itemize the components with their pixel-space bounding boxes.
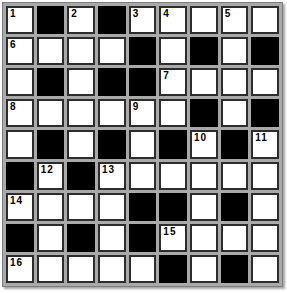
cell-r4c3[interactable] — [67, 99, 95, 127]
cell-r5c1[interactable] — [6, 130, 34, 158]
cell-r1c7[interactable] — [190, 6, 218, 34]
clue-number-6: 6 — [10, 39, 17, 50]
cell-r1c6[interactable]: 4 — [159, 6, 187, 34]
cell-r6c3-blocked — [67, 162, 95, 190]
cell-r2c7-blocked — [190, 37, 218, 65]
cell-r9c8-blocked — [221, 255, 249, 283]
cell-r1c1[interactable]: 1 — [6, 6, 34, 34]
cell-r9c6-blocked — [159, 255, 187, 283]
cell-r5c4-blocked — [98, 130, 126, 158]
cell-r6c2[interactable]: 12 — [37, 162, 65, 190]
cell-r4c1[interactable]: 8 — [6, 99, 34, 127]
cell-r8c6[interactable]: 15 — [159, 224, 187, 252]
cell-r8c9[interactable] — [251, 224, 279, 252]
cell-r8c2[interactable] — [37, 224, 65, 252]
cell-r6c4[interactable]: 13 — [98, 162, 126, 190]
cell-r3c5-blocked — [129, 68, 157, 96]
clue-number-4: 4 — [163, 8, 170, 19]
clue-number-14: 14 — [10, 195, 23, 206]
cell-r9c7[interactable] — [190, 255, 218, 283]
cell-r7c5-blocked — [129, 193, 157, 221]
cell-r7c8-blocked — [221, 193, 249, 221]
cell-r8c4[interactable] — [98, 224, 126, 252]
cell-r2c3[interactable] — [67, 37, 95, 65]
cell-r2c6[interactable] — [159, 37, 187, 65]
cell-r4c6[interactable] — [159, 99, 187, 127]
clue-number-3: 3 — [133, 8, 140, 19]
cell-r2c4[interactable] — [98, 37, 126, 65]
cell-r1c5[interactable]: 3 — [129, 6, 157, 34]
cell-r1c9[interactable] — [251, 6, 279, 34]
cell-r1c3[interactable]: 2 — [67, 6, 95, 34]
cell-r3c3[interactable] — [67, 68, 95, 96]
cell-r3c2-blocked — [37, 68, 65, 96]
cell-r5c9[interactable]: 11 — [251, 130, 279, 158]
cell-r1c2-blocked — [37, 6, 65, 34]
clue-number-16: 16 — [10, 257, 23, 268]
cell-r5c5[interactable] — [129, 130, 157, 158]
clue-number-15: 15 — [163, 226, 176, 237]
clue-number-11: 11 — [255, 132, 268, 143]
crossword-board: 12345678910111213141516 — [2, 2, 283, 287]
cell-r6c8[interactable] — [221, 162, 249, 190]
cell-r6c6[interactable] — [159, 162, 187, 190]
clue-number-2: 2 — [71, 8, 78, 19]
clue-number-13: 13 — [102, 164, 115, 175]
cell-r9c3[interactable] — [67, 255, 95, 283]
clue-number-7: 7 — [163, 70, 170, 81]
clue-number-5: 5 — [225, 8, 232, 19]
cell-r5c3[interactable] — [67, 130, 95, 158]
cell-r9c5[interactable] — [129, 255, 157, 283]
cell-r3c6[interactable]: 7 — [159, 68, 187, 96]
cell-r8c3-blocked — [67, 224, 95, 252]
cell-r9c1[interactable]: 16 — [6, 255, 34, 283]
cell-r7c7[interactable] — [190, 193, 218, 221]
cell-r8c8[interactable] — [221, 224, 249, 252]
cell-r3c7[interactable] — [190, 68, 218, 96]
cell-r1c8[interactable]: 5 — [221, 6, 249, 34]
cell-r6c7[interactable] — [190, 162, 218, 190]
cell-r7c6-blocked — [159, 193, 187, 221]
cell-r9c2[interactable] — [37, 255, 65, 283]
cell-r6c5[interactable] — [129, 162, 157, 190]
cell-r7c3[interactable] — [67, 193, 95, 221]
cell-r5c6-blocked — [159, 130, 187, 158]
cell-r4c4[interactable] — [98, 99, 126, 127]
cell-r7c9[interactable] — [251, 193, 279, 221]
cell-r2c8[interactable] — [221, 37, 249, 65]
cell-r5c2-blocked — [37, 130, 65, 158]
cell-r2c2[interactable] — [37, 37, 65, 65]
cell-r7c2[interactable] — [37, 193, 65, 221]
cell-r6c1-blocked — [6, 162, 34, 190]
cell-r4c9-blocked — [251, 99, 279, 127]
cell-r2c1[interactable]: 6 — [6, 37, 34, 65]
clue-number-8: 8 — [10, 101, 17, 112]
cell-r4c8[interactable] — [221, 99, 249, 127]
cell-r2c5-blocked — [129, 37, 157, 65]
cell-r8c5-blocked — [129, 224, 157, 252]
cell-r6c9[interactable] — [251, 162, 279, 190]
cell-r2c9-blocked — [251, 37, 279, 65]
cell-r4c2[interactable] — [37, 99, 65, 127]
cell-r3c9[interactable] — [251, 68, 279, 96]
clue-number-1: 1 — [10, 8, 17, 19]
cell-r5c7[interactable]: 10 — [190, 130, 218, 158]
cell-r4c7-blocked — [190, 99, 218, 127]
cell-r1c4-blocked — [98, 6, 126, 34]
cell-r5c8-blocked — [221, 130, 249, 158]
cell-r7c4[interactable] — [98, 193, 126, 221]
cell-r3c1[interactable] — [6, 68, 34, 96]
clue-number-10: 10 — [194, 132, 207, 143]
cell-r7c1[interactable]: 14 — [6, 193, 34, 221]
cell-r3c4-blocked — [98, 68, 126, 96]
crossword-board-wrap: 12345678910111213141516 — [2, 2, 283, 287]
cell-r8c1-blocked — [6, 224, 34, 252]
cell-r3c8[interactable] — [221, 68, 249, 96]
cell-r9c4[interactable] — [98, 255, 126, 283]
clue-number-9: 9 — [133, 101, 140, 112]
clue-number-12: 12 — [41, 164, 54, 175]
cell-r9c9[interactable] — [251, 255, 279, 283]
cell-r8c7[interactable] — [190, 224, 218, 252]
cell-r4c5[interactable]: 9 — [129, 99, 157, 127]
